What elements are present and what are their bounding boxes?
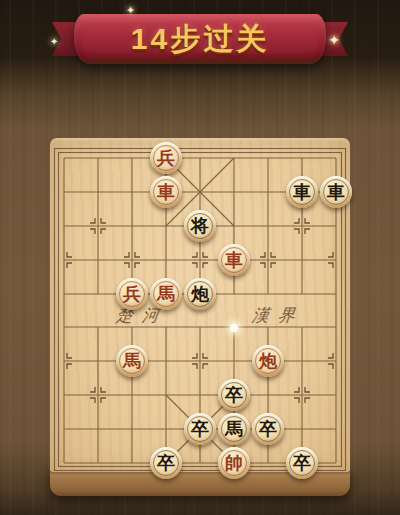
piece-black-soldier[interactable]: 卒 xyxy=(184,413,216,445)
board-surface[interactable]: 楚河 漢界 兵車車車将車兵馬炮馬炮卒卒馬卒卒帥卒 xyxy=(50,138,350,472)
piece-red-chariot[interactable]: 車 xyxy=(150,176,182,208)
piece-character: 卒 xyxy=(191,420,209,438)
move-highlight-dot xyxy=(230,324,238,332)
piece-red-horse[interactable]: 馬 xyxy=(150,278,182,310)
piece-character: 兵 xyxy=(123,285,141,303)
piece-character: 車 xyxy=(157,183,175,201)
piece-black-chariot[interactable]: 車 xyxy=(320,176,352,208)
piece-black-soldier[interactable]: 卒 xyxy=(150,447,182,479)
river-label-han-jie: 漢界 xyxy=(250,304,305,327)
level-banner: 14步过关 ✦ ✦ ✦ xyxy=(0,0,400,80)
piece-character: 将 xyxy=(191,217,209,235)
piece-black-chariot[interactable]: 車 xyxy=(286,176,318,208)
piece-character: 炮 xyxy=(259,352,277,370)
piece-character: 車 xyxy=(327,183,345,201)
piece-black-soldier[interactable]: 卒 xyxy=(252,413,284,445)
piece-character: 車 xyxy=(293,183,311,201)
piece-character: 馬 xyxy=(225,420,243,438)
banner-ribbon: 14步过关 xyxy=(74,14,326,64)
piece-character: 卒 xyxy=(259,420,277,438)
piece-red-soldier[interactable]: 兵 xyxy=(116,278,148,310)
piece-character: 卒 xyxy=(293,454,311,472)
piece-character: 兵 xyxy=(157,149,175,167)
piece-black-horse[interactable]: 馬 xyxy=(218,413,250,445)
game-screen: 14步过关 ✦ ✦ ✦ xyxy=(0,0,400,515)
piece-red-chariot[interactable]: 車 xyxy=(218,244,250,276)
piece-red-general[interactable]: 帥 xyxy=(218,447,250,479)
sparkle-icon: ✦ xyxy=(328,32,340,48)
piece-character: 馬 xyxy=(123,352,141,370)
sparkle-icon: ✦ xyxy=(50,36,58,47)
piece-character: 卒 xyxy=(225,386,243,404)
sparkle-icon: ✦ xyxy=(126,4,135,17)
piece-character: 帥 xyxy=(225,454,243,472)
xiangqi-board[interactable]: 楚河 漢界 兵車車車将車兵馬炮馬炮卒卒馬卒卒帥卒 xyxy=(50,138,350,496)
piece-character: 卒 xyxy=(157,454,175,472)
piece-character: 馬 xyxy=(157,285,175,303)
piece-character: 炮 xyxy=(191,285,209,303)
piece-red-soldier[interactable]: 兵 xyxy=(150,142,182,174)
piece-black-general[interactable]: 将 xyxy=(184,210,216,242)
piece-black-soldier[interactable]: 卒 xyxy=(286,447,318,479)
piece-character: 車 xyxy=(225,251,243,269)
level-title: 14步过关 xyxy=(131,19,269,60)
piece-black-cannon[interactable]: 炮 xyxy=(184,278,216,310)
